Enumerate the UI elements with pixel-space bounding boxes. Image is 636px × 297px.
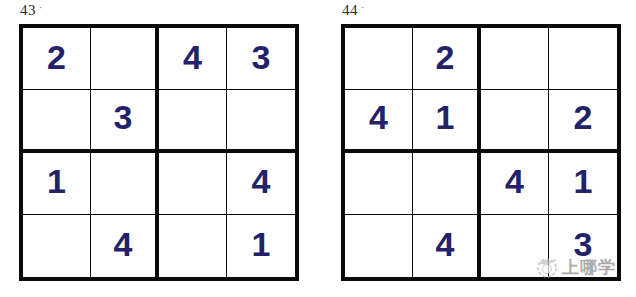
cell-r1c4[interactable] xyxy=(549,28,617,90)
puzzle-44-number-text: 44 xyxy=(342,2,358,18)
sudoku-board-44: 2 4 1 2 4 1 4 3 xyxy=(341,24,621,281)
cell-r4c4[interactable]: 3 xyxy=(549,215,617,277)
cell-r3c4[interactable]: 4 xyxy=(227,153,295,215)
cell-r2c3[interactable] xyxy=(159,90,227,152)
cell-r4c4[interactable]: 1 xyxy=(227,215,295,277)
cell-r4c1[interactable] xyxy=(23,215,91,277)
cell-r3c1[interactable] xyxy=(345,153,413,215)
cell-r4c3[interactable] xyxy=(159,215,227,277)
puzzle-43-number-dot: · xyxy=(39,2,43,13)
cell-r3c1[interactable]: 1 xyxy=(23,153,91,215)
cell-r1c2[interactable]: 2 xyxy=(413,28,481,90)
sudoku-board-43: 2 4 3 3 1 4 4 1 xyxy=(19,24,299,281)
cell-r2c4[interactable]: 2 xyxy=(549,90,617,152)
cell-r1c2[interactable] xyxy=(91,28,159,90)
cell-r1c1[interactable] xyxy=(345,28,413,90)
cell-r2c2[interactable]: 3 xyxy=(91,90,159,152)
cell-r2c1[interactable] xyxy=(23,90,91,152)
cell-r3c2[interactable] xyxy=(413,153,481,215)
cell-r1c4[interactable]: 3 xyxy=(227,28,295,90)
cell-r4c2[interactable]: 4 xyxy=(413,215,481,277)
cell-r3c3[interactable] xyxy=(159,153,227,215)
cell-r1c3[interactable]: 4 xyxy=(159,28,227,90)
cell-r2c2[interactable]: 1 xyxy=(413,90,481,152)
cell-r1c1[interactable]: 2 xyxy=(23,28,91,90)
cell-r4c2[interactable]: 4 xyxy=(91,215,159,277)
cell-r4c3[interactable] xyxy=(481,215,549,277)
cell-r2c4[interactable] xyxy=(227,90,295,152)
puzzle-44-number-dot: · xyxy=(361,2,365,13)
cell-r3c3[interactable]: 4 xyxy=(481,153,549,215)
sudoku-worksheet: 43· 2 4 3 3 1 4 4 1 44· 2 xyxy=(0,0,636,297)
cell-r4c1[interactable] xyxy=(345,215,413,277)
cell-r3c4[interactable]: 1 xyxy=(549,153,617,215)
cell-r2c3[interactable] xyxy=(481,90,549,152)
cell-r2c1[interactable]: 4 xyxy=(345,90,413,152)
puzzle-43-number-text: 43 xyxy=(20,2,36,18)
cell-r1c3[interactable] xyxy=(481,28,549,90)
cell-r3c2[interactable] xyxy=(91,153,159,215)
puzzle-43-number: 43· xyxy=(20,2,43,19)
puzzle-44-number: 44· xyxy=(342,2,365,19)
